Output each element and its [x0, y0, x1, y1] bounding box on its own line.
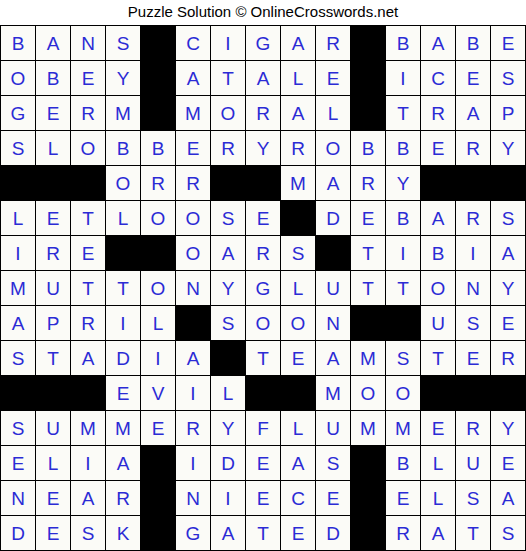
grid-cell: K — [106, 516, 140, 550]
grid-cell: N — [176, 271, 210, 305]
grid-cell: O — [421, 271, 455, 305]
grid-cell: L — [421, 446, 455, 480]
grid-cell: A — [281, 96, 315, 130]
grid-cell: D — [1, 516, 35, 550]
grid-cell: I — [456, 236, 490, 270]
grid-cell: E — [456, 341, 490, 375]
grid-cell: E — [71, 236, 105, 270]
black-cell — [456, 376, 490, 410]
grid-cell: E — [246, 201, 280, 235]
grid-cell: A — [71, 341, 105, 375]
grid-cell: I — [106, 306, 140, 340]
grid-cell: Y — [491, 411, 525, 445]
grid-cell: I — [386, 61, 420, 95]
grid-cell: R — [316, 26, 350, 60]
grid-cell: E — [386, 481, 420, 515]
grid-cell: A — [421, 201, 455, 235]
grid-cell: O — [211, 96, 245, 130]
grid-cell: Y — [386, 166, 420, 200]
black-cell — [421, 376, 455, 410]
grid-cell: O — [141, 201, 175, 235]
grid-cell: I — [211, 26, 245, 60]
black-cell — [351, 96, 385, 130]
grid-cell: B — [386, 131, 420, 165]
grid-cell: S — [491, 516, 525, 550]
black-cell — [36, 166, 70, 200]
grid-cell: R — [106, 481, 140, 515]
black-cell — [351, 516, 385, 550]
grid-cell: G — [176, 516, 210, 550]
black-cell — [141, 516, 175, 550]
grid-cell: B — [106, 131, 140, 165]
grid-cell: I — [211, 481, 245, 515]
grid-cell: A — [211, 236, 245, 270]
black-cell — [456, 166, 490, 200]
black-cell — [36, 376, 70, 410]
grid-cell: T — [386, 271, 420, 305]
grid-cell: E — [491, 446, 525, 480]
grid-cell: B — [386, 446, 420, 480]
grid-cell: I — [176, 376, 210, 410]
black-cell — [491, 166, 525, 200]
black-cell — [1, 376, 35, 410]
grid-cell: P — [36, 306, 70, 340]
grid-cell: L — [1, 201, 35, 235]
grid-cell: U — [316, 271, 350, 305]
black-cell — [351, 306, 385, 340]
grid-cell: S — [71, 516, 105, 550]
grid-cell: S — [491, 61, 525, 95]
grid-cell: S — [211, 306, 245, 340]
grid-cell: U — [36, 411, 70, 445]
grid-cell: R — [386, 516, 420, 550]
grid-cell: T — [456, 516, 490, 550]
grid-cell: A — [281, 26, 315, 60]
black-cell — [281, 201, 315, 235]
grid-cell: E — [421, 131, 455, 165]
grid-cell: I — [141, 341, 175, 375]
black-cell — [351, 481, 385, 515]
grid-cell: C — [176, 26, 210, 60]
grid-cell: V — [141, 376, 175, 410]
black-cell — [71, 166, 105, 200]
black-cell — [141, 26, 175, 60]
grid-cell: D — [316, 516, 350, 550]
black-cell — [246, 166, 280, 200]
grid-cell: G — [246, 271, 280, 305]
grid-cell: S — [316, 446, 350, 480]
grid-cell: A — [71, 481, 105, 515]
grid-cell: U — [456, 446, 490, 480]
grid-cell: E — [491, 26, 525, 60]
grid-cell: A — [421, 516, 455, 550]
grid-cell: N — [71, 26, 105, 60]
grid-cell: N — [176, 481, 210, 515]
grid-cell: R — [456, 201, 490, 235]
crossword-grid: BANSCIGARBABEOBEYATALEICESGERMMORALTRAPS… — [0, 25, 526, 551]
grid-cell: A — [491, 236, 525, 270]
black-cell — [141, 61, 175, 95]
grid-cell: E — [281, 341, 315, 375]
grid-cell: O — [316, 131, 350, 165]
grid-cell: E — [36, 96, 70, 130]
grid-cell: S — [491, 201, 525, 235]
grid-cell: L — [141, 306, 175, 340]
grid-cell: O — [176, 236, 210, 270]
grid-cell: N — [1, 481, 35, 515]
black-cell — [351, 446, 385, 480]
grid-cell: E — [36, 481, 70, 515]
grid-cell: T — [36, 341, 70, 375]
grid-cell: R — [71, 96, 105, 130]
grid-cell: E — [456, 61, 490, 95]
grid-cell: I — [1, 236, 35, 270]
grid-cell: D — [316, 201, 350, 235]
grid-cell: R — [176, 411, 210, 445]
grid-cell: Y — [211, 411, 245, 445]
black-cell — [141, 236, 175, 270]
page-title: Puzzle Solution © OnlineCrosswords.net — [0, 0, 526, 25]
grid-cell: O — [246, 306, 280, 340]
grid-cell: E — [141, 411, 175, 445]
grid-cell: E — [36, 516, 70, 550]
grid-cell: I — [386, 236, 420, 270]
grid-cell: S — [1, 131, 35, 165]
grid-cell: B — [1, 26, 35, 60]
black-cell — [211, 341, 245, 375]
grid-cell: O — [1, 61, 35, 95]
grid-cell: M — [106, 411, 140, 445]
grid-cell: M — [281, 166, 315, 200]
grid-cell: O — [176, 201, 210, 235]
grid-cell: R — [141, 166, 175, 200]
grid-cell: R — [491, 341, 525, 375]
grid-cell: A — [246, 61, 280, 95]
grid-cell: E — [421, 411, 455, 445]
grid-cell: N — [316, 306, 350, 340]
grid-cell: B — [351, 131, 385, 165]
grid-cell: R — [71, 306, 105, 340]
grid-cell: R — [421, 96, 455, 130]
grid-cell: T — [351, 271, 385, 305]
grid-cell: Y — [211, 271, 245, 305]
grid-cell: U — [421, 306, 455, 340]
grid-cell: S — [211, 201, 245, 235]
grid-cell: S — [456, 481, 490, 515]
grid-cell: E — [281, 516, 315, 550]
grid-cell: R — [351, 166, 385, 200]
black-cell — [351, 26, 385, 60]
grid-cell: L — [281, 411, 315, 445]
grid-cell: T — [211, 61, 245, 95]
grid-cell: E — [316, 61, 350, 95]
grid-cell: A — [36, 26, 70, 60]
grid-cell: E — [491, 306, 525, 340]
grid-cell: S — [456, 306, 490, 340]
grid-cell: P — [491, 96, 525, 130]
grid-cell: T — [421, 341, 455, 375]
black-cell — [141, 481, 175, 515]
grid-cell: D — [106, 341, 140, 375]
grid-cell: L — [281, 271, 315, 305]
grid-cell: E — [71, 61, 105, 95]
grid-cell: E — [351, 201, 385, 235]
grid-cell: E — [176, 131, 210, 165]
black-cell — [386, 306, 420, 340]
grid-cell: E — [246, 481, 280, 515]
grid-cell: C — [421, 61, 455, 95]
black-cell — [246, 376, 280, 410]
black-cell — [211, 166, 245, 200]
grid-cell: M — [316, 376, 350, 410]
grid-cell: E — [246, 446, 280, 480]
black-cell — [316, 236, 350, 270]
grid-cell: M — [351, 411, 385, 445]
grid-cell: S — [281, 236, 315, 270]
grid-cell: M — [176, 96, 210, 130]
black-cell — [491, 376, 525, 410]
grid-cell: Y — [491, 271, 525, 305]
grid-cell: L — [106, 201, 140, 235]
grid-cell: M — [386, 411, 420, 445]
grid-cell: L — [281, 61, 315, 95]
grid-cell: T — [246, 341, 280, 375]
grid-cell: R — [281, 131, 315, 165]
grid-cell: E — [106, 376, 140, 410]
grid-cell: E — [316, 481, 350, 515]
grid-cell: E — [1, 446, 35, 480]
grid-cell: A — [421, 26, 455, 60]
grid-cell: B — [421, 236, 455, 270]
black-cell — [106, 236, 140, 270]
grid-cell: S — [386, 341, 420, 375]
grid-cell: B — [456, 26, 490, 60]
grid-cell: L — [421, 481, 455, 515]
grid-cell: S — [106, 26, 140, 60]
grid-cell: G — [1, 96, 35, 130]
grid-cell: L — [36, 131, 70, 165]
black-cell — [71, 376, 105, 410]
grid-cell: R — [211, 131, 245, 165]
page: Puzzle Solution © OnlineCrosswords.net B… — [0, 0, 526, 551]
grid-cell: R — [246, 236, 280, 270]
black-cell — [1, 166, 35, 200]
grid-cell: L — [36, 446, 70, 480]
grid-cell: L — [211, 376, 245, 410]
black-cell — [176, 306, 210, 340]
grid-cell: L — [316, 96, 350, 130]
grid-cell: U — [316, 411, 350, 445]
grid-cell: B — [36, 61, 70, 95]
black-cell — [351, 61, 385, 95]
grid-cell: R — [36, 236, 70, 270]
grid-cell: C — [281, 481, 315, 515]
grid-cell: D — [211, 446, 245, 480]
grid-cell: F — [246, 411, 280, 445]
grid-cell: B — [386, 201, 420, 235]
black-cell — [141, 96, 175, 130]
grid-cell: R — [176, 166, 210, 200]
grid-cell: T — [71, 271, 105, 305]
black-cell — [281, 376, 315, 410]
grid-cell: T — [246, 516, 280, 550]
grid-cell: M — [351, 341, 385, 375]
grid-cell: O — [141, 271, 175, 305]
grid-cell: I — [176, 446, 210, 480]
grid-cell: N — [456, 271, 490, 305]
grid-cell: O — [281, 306, 315, 340]
grid-cell: A — [176, 341, 210, 375]
grid-cell: A — [491, 481, 525, 515]
grid-cell: S — [1, 341, 35, 375]
grid-cell: B — [386, 26, 420, 60]
grid-cell: M — [106, 96, 140, 130]
grid-cell: M — [1, 271, 35, 305]
grid-cell: U — [36, 271, 70, 305]
grid-cell: O — [71, 131, 105, 165]
grid-cell: A — [456, 96, 490, 130]
grid-cell: A — [316, 341, 350, 375]
grid-cell: S — [1, 411, 35, 445]
grid-cell: T — [106, 271, 140, 305]
grid-cell: R — [456, 131, 490, 165]
black-cell — [421, 166, 455, 200]
grid-cell: I — [71, 446, 105, 480]
grid-cell: A — [1, 306, 35, 340]
grid-cell: R — [456, 411, 490, 445]
grid-cell: Y — [491, 131, 525, 165]
grid-cell: T — [386, 96, 420, 130]
grid-cell: Y — [106, 61, 140, 95]
grid-cell: A — [211, 516, 245, 550]
grid-cell: B — [141, 131, 175, 165]
grid-cell: G — [246, 26, 280, 60]
grid-cell: M — [71, 411, 105, 445]
grid-cell: E — [36, 201, 70, 235]
grid-cell: O — [386, 376, 420, 410]
grid-cell: O — [351, 376, 385, 410]
grid-cell: T — [71, 201, 105, 235]
grid-cell: T — [351, 236, 385, 270]
grid-cell: Y — [246, 131, 280, 165]
grid-cell: A — [176, 61, 210, 95]
black-cell — [141, 446, 175, 480]
grid-cell: R — [246, 96, 280, 130]
grid-cell: A — [316, 166, 350, 200]
grid-cell: A — [106, 446, 140, 480]
grid-cell: A — [281, 446, 315, 480]
grid-cell: O — [106, 166, 140, 200]
